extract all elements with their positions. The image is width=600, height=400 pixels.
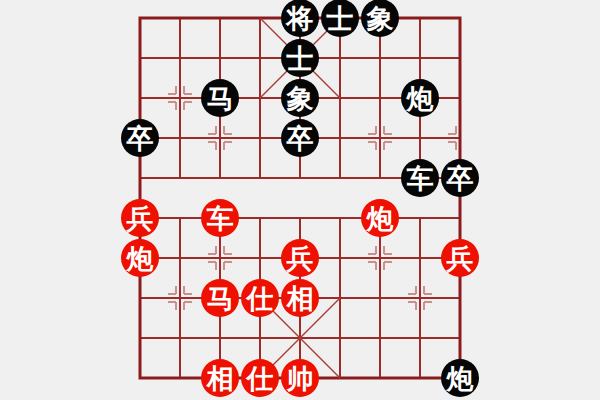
piece-red-elephant[interactable]: 相 (201, 359, 239, 397)
piece-red-elephant[interactable]: 相 (281, 279, 319, 317)
pieces-layer: 将士象士马象炮卒卒车卒炮兵车炮炮兵兵马仕相相仕帅 (0, 0, 600, 400)
xiangqi-board[interactable]: 将士象士马象炮卒卒车卒炮兵车炮炮兵兵马仕相相仕帅 (0, 0, 600, 400)
piece-red-soldier[interactable]: 兵 (121, 199, 159, 237)
piece-black-elephant[interactable]: 象 (361, 0, 399, 37)
piece-black-elephant[interactable]: 象 (281, 79, 319, 117)
piece-red-cannon[interactable]: 炮 (361, 199, 399, 237)
piece-red-chariot[interactable]: 车 (201, 199, 239, 237)
piece-black-advisor[interactable]: 士 (321, 0, 359, 37)
piece-black-chariot[interactable]: 车 (401, 159, 439, 197)
piece-black-horse[interactable]: 马 (201, 79, 239, 117)
piece-red-advisor[interactable]: 仕 (241, 359, 279, 397)
piece-red-soldier[interactable]: 兵 (441, 239, 479, 277)
piece-red-king[interactable]: 帅 (281, 359, 319, 397)
piece-black-soldier[interactable]: 卒 (121, 119, 159, 157)
piece-black-cannon[interactable]: 炮 (441, 359, 479, 397)
piece-black-soldier[interactable]: 卒 (441, 159, 479, 197)
piece-black-advisor[interactable]: 士 (281, 39, 319, 77)
piece-black-general[interactable]: 将 (281, 0, 319, 37)
piece-red-cannon[interactable]: 炮 (121, 239, 159, 277)
piece-black-cannon[interactable]: 炮 (401, 79, 439, 117)
piece-red-soldier[interactable]: 兵 (281, 239, 319, 277)
piece-red-advisor[interactable]: 仕 (241, 279, 279, 317)
piece-black-soldier[interactable]: 卒 (281, 119, 319, 157)
piece-red-horse[interactable]: 马 (201, 279, 239, 317)
